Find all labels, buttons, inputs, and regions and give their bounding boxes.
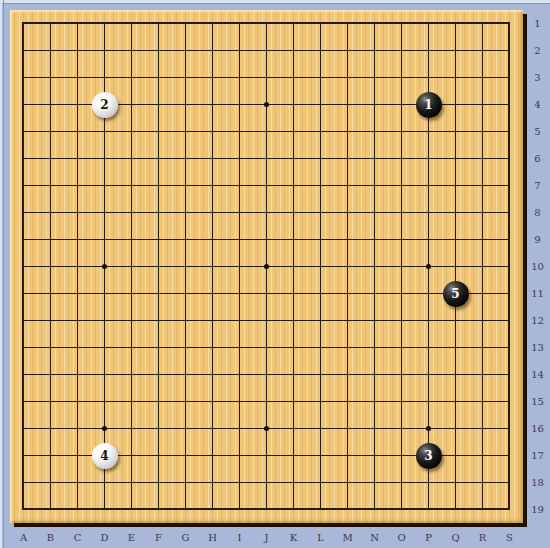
- intersection-N12[interactable]: [442, 307, 469, 334]
- intersection-K15[interactable]: [361, 388, 388, 415]
- intersection-J2[interactable]: [253, 37, 280, 64]
- intersection-R13[interactable]: [37, 361, 64, 388]
- intersection-L9[interactable]: [361, 226, 388, 253]
- intersection-Q18[interactable]: [64, 496, 91, 523]
- intersection-L4[interactable]: [334, 91, 361, 118]
- intersection-J8[interactable]: [307, 199, 334, 226]
- intersection-H11[interactable]: [253, 280, 280, 307]
- intersection-L17[interactable]: [442, 442, 469, 469]
- intersection-L5[interactable]: [361, 118, 388, 145]
- intersection-A9[interactable]: [64, 226, 91, 253]
- intersection-Q14[interactable]: [10, 388, 37, 415]
- intersection-G13[interactable]: [253, 334, 280, 361]
- intersection-I10[interactable]: [280, 253, 307, 280]
- intersection-J7[interactable]: [307, 172, 334, 199]
- intersection-S14[interactable]: [64, 388, 91, 415]
- intersection-D7[interactable]: [145, 172, 172, 199]
- intersection-Q19[interactable]: [64, 523, 91, 548]
- intersection-E16[interactable]: [199, 415, 226, 442]
- intersection-D13[interactable]: [172, 334, 199, 361]
- intersection-J17[interactable]: [361, 442, 388, 469]
- intersection-N15[interactable]: [442, 388, 469, 415]
- intersection-A17[interactable]: [118, 442, 145, 469]
- intersection-D14[interactable]: [172, 361, 199, 388]
- intersection-O17[interactable]: [10, 469, 37, 496]
- intersection-M2[interactable]: [334, 37, 361, 64]
- intersection-B15[interactable]: [118, 388, 145, 415]
- intersection-P5[interactable]: [469, 118, 496, 145]
- intersection-E9[interactable]: [172, 226, 199, 253]
- intersection-E1[interactable]: [118, 10, 145, 37]
- intersection-F6[interactable]: [199, 145, 226, 172]
- intersection-H4[interactable]: [226, 91, 253, 118]
- intersection-F10[interactable]: [199, 253, 226, 280]
- intersection-E18[interactable]: [253, 469, 280, 496]
- intersection-E7[interactable]: [172, 172, 199, 199]
- intersection-P7[interactable]: [469, 172, 496, 199]
- intersection-K11[interactable]: [334, 280, 361, 307]
- intersection-O14[interactable]: [469, 361, 496, 388]
- intersection-G18[interactable]: [307, 469, 334, 496]
- intersection-H14[interactable]: [280, 361, 307, 388]
- intersection-F19[interactable]: [280, 496, 307, 523]
- intersection-B6[interactable]: [91, 145, 118, 172]
- intersection-K3[interactable]: [280, 64, 307, 91]
- intersection-N16[interactable]: [442, 415, 469, 442]
- intersection-I2[interactable]: [226, 37, 253, 64]
- intersection-L19[interactable]: [442, 496, 469, 523]
- intersection-G12[interactable]: [253, 307, 280, 334]
- intersection-M10[interactable]: [388, 253, 415, 280]
- intersection-H17[interactable]: [307, 442, 334, 469]
- intersection-O4[interactable]: [442, 91, 469, 118]
- intersection-R11[interactable]: [37, 307, 64, 334]
- intersection-R5[interactable]: [10, 145, 37, 172]
- intersection-Q16[interactable]: [10, 442, 37, 469]
- intersection-M8[interactable]: [388, 199, 415, 226]
- intersection-O18[interactable]: [10, 496, 37, 523]
- intersection-A5[interactable]: [64, 118, 91, 145]
- intersection-A19[interactable]: [145, 496, 172, 523]
- intersection-K2[interactable]: [280, 37, 307, 64]
- intersection-R7[interactable]: [10, 199, 37, 226]
- intersection-P6[interactable]: [469, 145, 496, 172]
- intersection-F14[interactable]: [226, 361, 253, 388]
- intersection-P17[interactable]: [37, 469, 64, 496]
- intersection-O12[interactable]: [469, 307, 496, 334]
- intersection-O2[interactable]: [388, 37, 415, 64]
- go-board[interactable]: 12345: [10, 10, 523, 523]
- intersection-I12[interactable]: [307, 307, 334, 334]
- intersection-H15[interactable]: [280, 388, 307, 415]
- intersection-F18[interactable]: [280, 469, 307, 496]
- intersection-C6[interactable]: [118, 145, 145, 172]
- intersection-S5[interactable]: [37, 145, 64, 172]
- intersection-N19[interactable]: [496, 496, 523, 523]
- intersection-P8[interactable]: [469, 199, 496, 226]
- stone-black-1[interactable]: 1: [416, 92, 442, 118]
- intersection-O1[interactable]: [388, 10, 415, 37]
- intersection-I3[interactable]: [226, 64, 253, 91]
- intersection-J14[interactable]: [334, 361, 361, 388]
- intersection-C4[interactable]: [64, 91, 91, 118]
- intersection-G16[interactable]: [253, 415, 280, 442]
- intersection-S8[interactable]: [37, 226, 64, 253]
- intersection-M16[interactable]: [415, 415, 442, 442]
- intersection-E15[interactable]: [199, 388, 226, 415]
- intersection-J10[interactable]: [307, 253, 334, 280]
- intersection-A13[interactable]: [91, 334, 118, 361]
- intersection-E10[interactable]: [172, 253, 199, 280]
- intersection-B4[interactable]: [37, 91, 64, 118]
- intersection-C17[interactable]: [172, 442, 199, 469]
- intersection-B12[interactable]: [118, 307, 145, 334]
- intersection-L16[interactable]: [388, 415, 415, 442]
- intersection-L11[interactable]: [361, 280, 388, 307]
- intersection-C18[interactable]: [199, 469, 226, 496]
- intersection-R14[interactable]: [37, 388, 64, 415]
- intersection-S16[interactable]: [64, 442, 91, 469]
- intersection-P13[interactable]: [496, 334, 523, 361]
- intersection-P9[interactable]: [469, 226, 496, 253]
- intersection-E8[interactable]: [172, 199, 199, 226]
- intersection-D1[interactable]: [91, 10, 118, 37]
- intersection-M3[interactable]: [334, 64, 361, 91]
- intersection-K19[interactable]: [415, 496, 442, 523]
- intersection-D18[interactable]: [226, 469, 253, 496]
- intersection-O11[interactable]: [469, 280, 496, 307]
- intersection-C9[interactable]: [118, 226, 145, 253]
- intersection-J9[interactable]: [307, 226, 334, 253]
- intersection-H13[interactable]: [280, 334, 307, 361]
- intersection-C12[interactable]: [145, 307, 172, 334]
- intersection-G19[interactable]: [307, 496, 334, 523]
- intersection-L18[interactable]: [442, 469, 469, 496]
- stone-white-2[interactable]: 2: [92, 92, 118, 118]
- intersection-B7[interactable]: [91, 172, 118, 199]
- intersection-Q11[interactable]: [10, 307, 37, 334]
- intersection-K5[interactable]: [334, 118, 361, 145]
- intersection-I8[interactable]: [280, 199, 307, 226]
- intersection-N17[interactable]: [496, 442, 523, 469]
- intersection-B5[interactable]: [91, 118, 118, 145]
- intersection-P16[interactable]: [496, 415, 523, 442]
- intersection-I7[interactable]: [280, 172, 307, 199]
- intersection-B19[interactable]: [172, 496, 199, 523]
- intersection-Q1[interactable]: [442, 10, 469, 37]
- intersection-E19[interactable]: [253, 496, 280, 523]
- intersection-I17[interactable]: [334, 442, 361, 469]
- intersection-A1[interactable]: [10, 10, 37, 37]
- intersection-Q5[interactable]: [496, 118, 523, 145]
- intersection-G10[interactable]: [226, 253, 253, 280]
- intersection-R15[interactable]: [37, 415, 64, 442]
- intersection-B11[interactable]: [91, 280, 118, 307]
- intersection-O16[interactable]: [469, 415, 496, 442]
- intersection-M13[interactable]: [415, 334, 442, 361]
- intersection-K12[interactable]: [361, 307, 388, 334]
- intersection-K9[interactable]: [334, 226, 361, 253]
- intersection-N5[interactable]: [415, 118, 442, 145]
- intersection-C10[interactable]: [118, 253, 145, 280]
- intersection-O10[interactable]: [442, 253, 469, 280]
- intersection-O7[interactable]: [442, 172, 469, 199]
- intersection-J18[interactable]: [388, 469, 415, 496]
- intersection-K8[interactable]: [334, 199, 361, 226]
- intersection-D3[interactable]: [91, 64, 118, 91]
- intersection-S9[interactable]: [37, 253, 64, 280]
- intersection-N14[interactable]: [442, 361, 469, 388]
- intersection-N8[interactable]: [415, 199, 442, 226]
- intersection-G14[interactable]: [253, 361, 280, 388]
- intersection-K10[interactable]: [334, 253, 361, 280]
- stone-black-3[interactable]: 3: [416, 443, 442, 469]
- intersection-I4[interactable]: [253, 91, 280, 118]
- intersection-L8[interactable]: [361, 199, 388, 226]
- intersection-N6[interactable]: [415, 145, 442, 172]
- intersection-E3[interactable]: [118, 64, 145, 91]
- intersection-A15[interactable]: [91, 388, 118, 415]
- intersection-P4[interactable]: [469, 91, 496, 118]
- intersection-M1[interactable]: [334, 10, 361, 37]
- intersection-K6[interactable]: [334, 145, 361, 172]
- intersection-F2[interactable]: [145, 37, 172, 64]
- intersection-I16[interactable]: [307, 415, 334, 442]
- intersection-B17[interactable]: [145, 442, 172, 469]
- intersection-L6[interactable]: [361, 145, 388, 172]
- intersection-Q15[interactable]: [10, 415, 37, 442]
- intersection-N13[interactable]: [442, 334, 469, 361]
- intersection-K1[interactable]: [280, 10, 307, 37]
- intersection-Q10[interactable]: [496, 253, 523, 280]
- intersection-J15[interactable]: [334, 388, 361, 415]
- intersection-F1[interactable]: [145, 10, 172, 37]
- intersection-M15[interactable]: [415, 388, 442, 415]
- intersection-S17[interactable]: [118, 469, 145, 496]
- intersection-B1[interactable]: [37, 10, 64, 37]
- intersection-R9[interactable]: [10, 253, 37, 280]
- intersection-A12[interactable]: [91, 307, 118, 334]
- intersection-I18[interactable]: [361, 469, 388, 496]
- intersection-C3[interactable]: [64, 64, 91, 91]
- intersection-Q4[interactable]: [496, 91, 523, 118]
- intersection-S10[interactable]: [37, 280, 64, 307]
- intersection-Q17[interactable]: [64, 469, 91, 496]
- intersection-G9[interactable]: [226, 226, 253, 253]
- intersection-K18[interactable]: [415, 469, 442, 496]
- intersection-D10[interactable]: [145, 253, 172, 280]
- intersection-N11[interactable]: [415, 280, 442, 307]
- intersection-B16[interactable]: [118, 415, 145, 442]
- intersection-F11[interactable]: [199, 280, 226, 307]
- intersection-G8[interactable]: [226, 199, 253, 226]
- intersection-J12[interactable]: [334, 307, 361, 334]
- intersection-M14[interactable]: [415, 361, 442, 388]
- intersection-R19[interactable]: [91, 523, 118, 548]
- intersection-N7[interactable]: [415, 172, 442, 199]
- intersection-M4[interactable]: [361, 91, 388, 118]
- intersection-P18[interactable]: [37, 496, 64, 523]
- intersection-S3[interactable]: [496, 64, 523, 91]
- intersection-F16[interactable]: [226, 415, 253, 442]
- intersection-F4[interactable]: [172, 91, 199, 118]
- intersection-E6[interactable]: [172, 145, 199, 172]
- stone-black-5[interactable]: 5: [443, 281, 469, 307]
- intersection-L3[interactable]: [307, 64, 334, 91]
- intersection-E5[interactable]: [172, 118, 199, 145]
- intersection-E17[interactable]: [226, 442, 253, 469]
- intersection-J19[interactable]: [388, 496, 415, 523]
- intersection-D5[interactable]: [145, 118, 172, 145]
- intersection-J16[interactable]: [334, 415, 361, 442]
- intersection-I14[interactable]: [307, 361, 334, 388]
- intersection-O5[interactable]: [442, 118, 469, 145]
- intersection-H5[interactable]: [253, 118, 280, 145]
- intersection-J13[interactable]: [334, 334, 361, 361]
- intersection-S7[interactable]: [37, 199, 64, 226]
- intersection-Q7[interactable]: [496, 172, 523, 199]
- intersection-E13[interactable]: [199, 334, 226, 361]
- intersection-R3[interactable]: [469, 64, 496, 91]
- intersection-D2[interactable]: [91, 37, 118, 64]
- intersection-S11[interactable]: [64, 307, 91, 334]
- intersection-E2[interactable]: [118, 37, 145, 64]
- intersection-B14[interactable]: [118, 361, 145, 388]
- intersection-A8[interactable]: [64, 199, 91, 226]
- intersection-D15[interactable]: [172, 388, 199, 415]
- intersection-J1[interactable]: [253, 10, 280, 37]
- intersection-D16[interactable]: [172, 415, 199, 442]
- intersection-B10[interactable]: [91, 253, 118, 280]
- intersection-A14[interactable]: [91, 361, 118, 388]
- intersection-S6[interactable]: [37, 172, 64, 199]
- intersection-I15[interactable]: [307, 388, 334, 415]
- intersection-H16[interactable]: [280, 415, 307, 442]
- intersection-M17[interactable]: [469, 442, 496, 469]
- intersection-C1[interactable]: [64, 10, 91, 37]
- intersection-N4[interactable]: [388, 91, 415, 118]
- intersection-H12[interactable]: [280, 307, 307, 334]
- intersection-F13[interactable]: [226, 334, 253, 361]
- intersection-D19[interactable]: [226, 496, 253, 523]
- intersection-S13[interactable]: [64, 361, 91, 388]
- intersection-R12[interactable]: [37, 334, 64, 361]
- intersection-K7[interactable]: [334, 172, 361, 199]
- intersection-J3[interactable]: [253, 64, 280, 91]
- intersection-I1[interactable]: [226, 10, 253, 37]
- intersection-M5[interactable]: [388, 118, 415, 145]
- intersection-S18[interactable]: [118, 496, 145, 523]
- intersection-A2[interactable]: [10, 37, 37, 64]
- intersection-P2[interactable]: [415, 37, 442, 64]
- intersection-D6[interactable]: [145, 145, 172, 172]
- intersection-P19[interactable]: [37, 523, 64, 548]
- intersection-A11[interactable]: [64, 280, 91, 307]
- intersection-L15[interactable]: [388, 388, 415, 415]
- intersection-B3[interactable]: [37, 64, 64, 91]
- intersection-G4[interactable]: [199, 91, 226, 118]
- intersection-S2[interactable]: [496, 37, 523, 64]
- intersection-K14[interactable]: [361, 361, 388, 388]
- intersection-H19[interactable]: [334, 496, 361, 523]
- intersection-O9[interactable]: [442, 226, 469, 253]
- intersection-R1[interactable]: [469, 10, 496, 37]
- intersection-G3[interactable]: [172, 64, 199, 91]
- intersection-L13[interactable]: [388, 334, 415, 361]
- intersection-P11[interactable]: [496, 280, 523, 307]
- intersection-M12[interactable]: [415, 307, 442, 334]
- intersection-H3[interactable]: [199, 64, 226, 91]
- stone-white-4[interactable]: 4: [92, 443, 118, 469]
- intersection-P10[interactable]: [469, 253, 496, 280]
- intersection-S4[interactable]: [37, 118, 64, 145]
- intersection-I19[interactable]: [361, 496, 388, 523]
- intersection-Q3[interactable]: [442, 64, 469, 91]
- intersection-N10[interactable]: [415, 253, 442, 280]
- intersection-N2[interactable]: [361, 37, 388, 64]
- intersection-C19[interactable]: [199, 496, 226, 523]
- intersection-J5[interactable]: [307, 118, 334, 145]
- intersection-Q2[interactable]: [442, 37, 469, 64]
- intersection-S12[interactable]: [64, 334, 91, 361]
- intersection-L10[interactable]: [361, 253, 388, 280]
- intersection-D4[interactable]: [118, 91, 145, 118]
- intersection-A18[interactable]: [145, 469, 172, 496]
- intersection-F7[interactable]: [199, 172, 226, 199]
- intersection-M18[interactable]: [469, 469, 496, 496]
- intersection-O6[interactable]: [442, 145, 469, 172]
- intersection-S1[interactable]: [496, 10, 523, 37]
- intersection-G17[interactable]: [280, 442, 307, 469]
- intersection-E12[interactable]: [199, 307, 226, 334]
- intersection-M6[interactable]: [388, 145, 415, 172]
- intersection-D12[interactable]: [172, 307, 199, 334]
- intersection-A6[interactable]: [64, 145, 91, 172]
- intersection-Q12[interactable]: [10, 334, 37, 361]
- intersection-O13[interactable]: [469, 334, 496, 361]
- intersection-G5[interactable]: [226, 118, 253, 145]
- intersection-I11[interactable]: [280, 280, 307, 307]
- intersection-L7[interactable]: [361, 172, 388, 199]
- intersection-H6[interactable]: [253, 145, 280, 172]
- intersection-N3[interactable]: [361, 64, 388, 91]
- intersection-K17[interactable]: [388, 442, 415, 469]
- intersection-O3[interactable]: [388, 64, 415, 91]
- intersection-J6[interactable]: [307, 145, 334, 172]
- intersection-B2[interactable]: [37, 37, 64, 64]
- intersection-C2[interactable]: [64, 37, 91, 64]
- intersection-G1[interactable]: [172, 10, 199, 37]
- intersection-F9[interactable]: [199, 226, 226, 253]
- intersection-R4[interactable]: [10, 118, 37, 145]
- intersection-C7[interactable]: [118, 172, 145, 199]
- intersection-J4[interactable]: [280, 91, 307, 118]
- intersection-E14[interactable]: [199, 361, 226, 388]
- intersection-E11[interactable]: [172, 280, 199, 307]
- intersection-N9[interactable]: [415, 226, 442, 253]
- intersection-B13[interactable]: [118, 334, 145, 361]
- intersection-K4[interactable]: [307, 91, 334, 118]
- intersection-M19[interactable]: [469, 496, 496, 523]
- intersection-F17[interactable]: [253, 442, 280, 469]
- intersection-L2[interactable]: [307, 37, 334, 64]
- intersection-H8[interactable]: [253, 199, 280, 226]
- intersection-L12[interactable]: [388, 307, 415, 334]
- intersection-J11[interactable]: [307, 280, 334, 307]
- intersection-N1[interactable]: [361, 10, 388, 37]
- intersection-D17[interactable]: [199, 442, 226, 469]
- intersection-C11[interactable]: [118, 280, 145, 307]
